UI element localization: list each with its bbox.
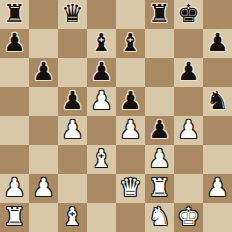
- white-pawn[interactable]: ♟: [32, 174, 54, 202]
- square-c7[interactable]: [58, 29, 87, 58]
- square-h1[interactable]: [203, 203, 232, 232]
- square-a5[interactable]: [0, 87, 29, 116]
- square-e7[interactable]: ♝: [116, 29, 145, 58]
- black-pawn[interactable]: ♟: [119, 87, 141, 115]
- black-pawn[interactable]: ♟: [32, 58, 54, 86]
- black-bishop[interactable]: ♝: [119, 29, 141, 57]
- square-a4[interactable]: [0, 116, 29, 145]
- black-pawn[interactable]: ♟: [61, 87, 83, 115]
- square-d6[interactable]: ♟: [87, 58, 116, 87]
- square-e5[interactable]: ♟: [116, 87, 145, 116]
- black-rook[interactable]: ♜: [148, 0, 170, 28]
- white-pawn[interactable]: ♟: [177, 116, 199, 144]
- square-g6[interactable]: ♟: [174, 58, 203, 87]
- square-d7[interactable]: ♝: [87, 29, 116, 58]
- chess-board: ♜♛♜♚♟♝♝♟♟♟♟♟♟♟♞♟♟♟♟♝♟♟♟♛♜♟♜♝♞♚: [0, 0, 232, 232]
- white-king[interactable]: ♚: [177, 203, 199, 231]
- square-a6[interactable]: [0, 58, 29, 87]
- black-pawn[interactable]: ♟: [3, 29, 25, 57]
- square-c5[interactable]: ♟: [58, 87, 87, 116]
- square-c3[interactable]: [58, 145, 87, 174]
- white-rook[interactable]: ♜: [3, 203, 25, 231]
- square-g8[interactable]: ♚: [174, 0, 203, 29]
- square-e4[interactable]: ♟: [116, 116, 145, 145]
- square-g7[interactable]: [174, 29, 203, 58]
- square-c4[interactable]: ♟: [58, 116, 87, 145]
- square-e1[interactable]: [116, 203, 145, 232]
- square-f2[interactable]: ♜: [145, 174, 174, 203]
- square-e2[interactable]: ♛: [116, 174, 145, 203]
- square-d2[interactable]: [87, 174, 116, 203]
- square-d5[interactable]: ♟: [87, 87, 116, 116]
- white-pawn[interactable]: ♟: [148, 145, 170, 173]
- square-d8[interactable]: [87, 0, 116, 29]
- black-queen[interactable]: ♛: [61, 0, 83, 28]
- black-pawn[interactable]: ♟: [177, 58, 199, 86]
- square-h5[interactable]: ♞: [203, 87, 232, 116]
- white-queen[interactable]: ♛: [119, 174, 141, 202]
- square-c6[interactable]: [58, 58, 87, 87]
- square-b6[interactable]: ♟: [29, 58, 58, 87]
- white-bishop[interactable]: ♝: [61, 203, 83, 231]
- white-bishop[interactable]: ♝: [90, 145, 112, 173]
- square-f7[interactable]: [145, 29, 174, 58]
- square-f6[interactable]: [145, 58, 174, 87]
- black-pawn[interactable]: ♟: [206, 29, 228, 57]
- black-pawn[interactable]: ♟: [148, 116, 170, 144]
- square-g5[interactable]: [174, 87, 203, 116]
- square-f5[interactable]: [145, 87, 174, 116]
- square-a7[interactable]: ♟: [0, 29, 29, 58]
- square-g3[interactable]: [174, 145, 203, 174]
- square-b8[interactable]: [29, 0, 58, 29]
- square-h6[interactable]: [203, 58, 232, 87]
- square-f8[interactable]: ♜: [145, 0, 174, 29]
- square-b7[interactable]: [29, 29, 58, 58]
- black-knight[interactable]: ♞: [206, 87, 228, 115]
- square-a1[interactable]: ♜: [0, 203, 29, 232]
- square-e8[interactable]: [116, 0, 145, 29]
- square-g2[interactable]: [174, 174, 203, 203]
- square-a8[interactable]: ♜: [0, 0, 29, 29]
- square-h8[interactable]: [203, 0, 232, 29]
- white-pawn[interactable]: ♟: [90, 87, 112, 115]
- white-rook[interactable]: ♜: [148, 174, 170, 202]
- square-a3[interactable]: [0, 145, 29, 174]
- square-f1[interactable]: ♞: [145, 203, 174, 232]
- chess-board-container: ♜♛♜♚♟♝♝♟♟♟♟♟♟♟♞♟♟♟♟♝♟♟♟♛♜♟♜♝♞♚: [0, 0, 232, 232]
- square-g4[interactable]: ♟: [174, 116, 203, 145]
- black-king[interactable]: ♚: [177, 0, 199, 28]
- black-rook[interactable]: ♜: [3, 0, 25, 28]
- square-b2[interactable]: ♟: [29, 174, 58, 203]
- square-h4[interactable]: [203, 116, 232, 145]
- square-f4[interactable]: ♟: [145, 116, 174, 145]
- white-pawn[interactable]: ♟: [61, 116, 83, 144]
- black-pawn[interactable]: ♟: [90, 58, 112, 86]
- square-b1[interactable]: [29, 203, 58, 232]
- square-h7[interactable]: ♟: [203, 29, 232, 58]
- white-pawn[interactable]: ♟: [3, 174, 25, 202]
- square-d4[interactable]: [87, 116, 116, 145]
- square-c8[interactable]: ♛: [58, 0, 87, 29]
- square-b3[interactable]: [29, 145, 58, 174]
- square-d1[interactable]: [87, 203, 116, 232]
- square-c1[interactable]: ♝: [58, 203, 87, 232]
- square-c2[interactable]: [58, 174, 87, 203]
- white-pawn[interactable]: ♟: [206, 174, 228, 202]
- square-g1[interactable]: ♚: [174, 203, 203, 232]
- square-h2[interactable]: ♟: [203, 174, 232, 203]
- square-d3[interactable]: ♝: [87, 145, 116, 174]
- square-e3[interactable]: [116, 145, 145, 174]
- square-b5[interactable]: [29, 87, 58, 116]
- white-knight[interactable]: ♞: [148, 203, 170, 231]
- black-bishop[interactable]: ♝: [90, 29, 112, 57]
- square-h3[interactable]: [203, 145, 232, 174]
- square-e6[interactable]: [116, 58, 145, 87]
- square-b4[interactable]: [29, 116, 58, 145]
- square-f3[interactable]: ♟: [145, 145, 174, 174]
- white-pawn[interactable]: ♟: [119, 116, 141, 144]
- square-a2[interactable]: ♟: [0, 174, 29, 203]
